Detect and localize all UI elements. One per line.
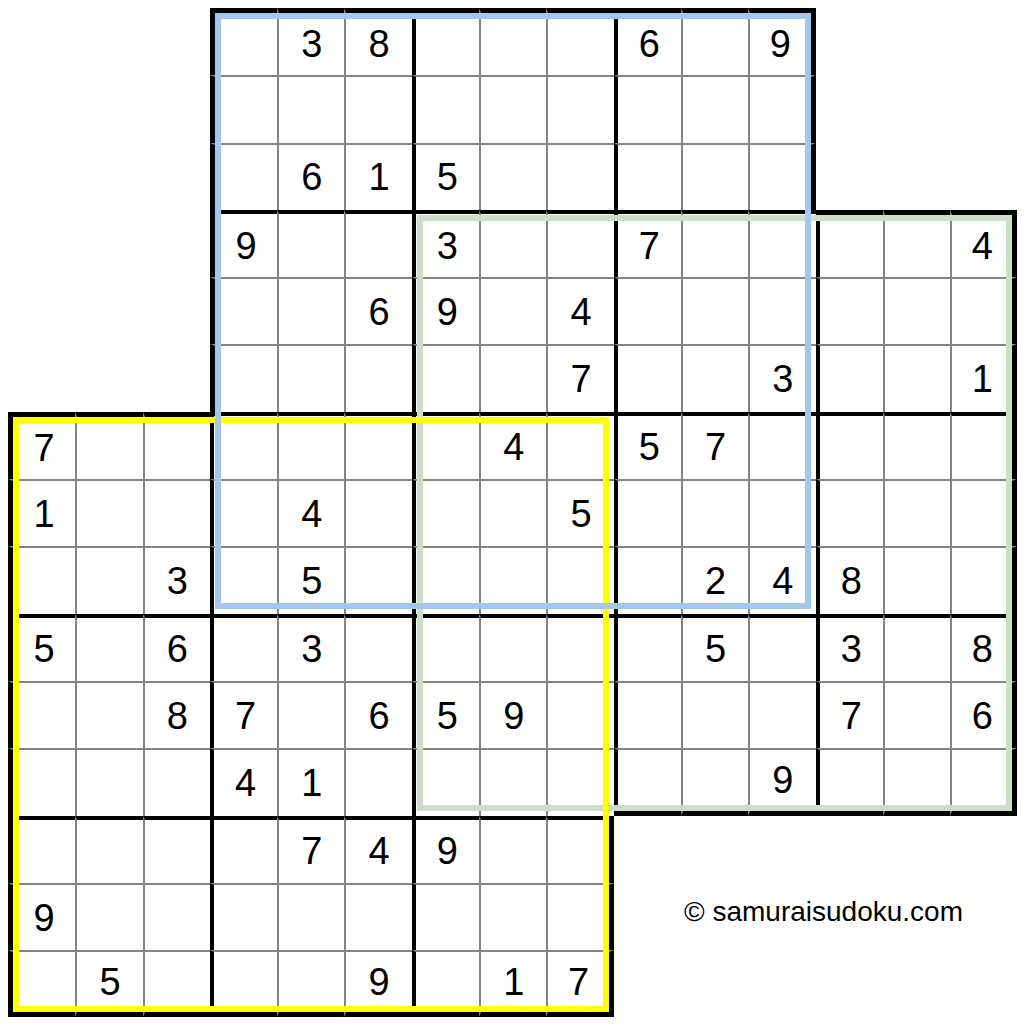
cell-r1c11[interactable]: [681, 8, 748, 75]
cell-r14c8[interactable]: [479, 883, 546, 950]
cell-r13c7[interactable]: 9: [412, 816, 479, 883]
cell-r13c3[interactable]: [143, 816, 210, 883]
cell-r9c13[interactable]: 8: [816, 546, 883, 613]
outside-filler: [8, 143, 75, 210]
cell-r6c8[interactable]: [479, 344, 546, 411]
outside-filler: [8, 8, 75, 75]
outside-filler: [950, 143, 1017, 210]
cell-r11c13[interactable]: 7: [816, 681, 883, 748]
cell-r4c4[interactable]: 9: [210, 210, 277, 277]
cell-r15c6[interactable]: 9: [344, 950, 411, 1017]
outside-filler: [614, 883, 681, 950]
cell-r13c2[interactable]: [75, 816, 142, 883]
cell-r5c4[interactable]: [210, 277, 277, 344]
cell-r8c9[interactable]: 5: [546, 479, 613, 546]
cell-r11c9[interactable]: [546, 681, 613, 748]
cell-r6c12[interactable]: 3: [748, 344, 815, 411]
outside-filler: [816, 75, 883, 142]
cell-r1c12[interactable]: 9: [748, 8, 815, 75]
cell-r2c6[interactable]: [344, 75, 411, 142]
cell-r6c14[interactable]: [883, 344, 950, 411]
cell-r10c15[interactable]: 8: [950, 614, 1017, 681]
outside-filler: [883, 143, 950, 210]
cell-r10c3[interactable]: 6: [143, 614, 210, 681]
outside-filler: [143, 75, 210, 142]
cell-r3c7[interactable]: 5: [412, 143, 479, 210]
outside-filler: [883, 950, 950, 1017]
outside-filler: [8, 277, 75, 344]
cell-r8c13[interactable]: [816, 479, 883, 546]
cell-r10c14[interactable]: [883, 614, 950, 681]
cell-r12c8[interactable]: [479, 748, 546, 815]
cell-r11c10[interactable]: [614, 681, 681, 748]
outside-filler: [8, 210, 75, 277]
cell-r12c2[interactable]: [75, 748, 142, 815]
cell-r2c5[interactable]: [277, 75, 344, 142]
outside-filler: [75, 75, 142, 142]
cell-r11c14[interactable]: [883, 681, 950, 748]
cell-r9c8[interactable]: [479, 546, 546, 613]
cell-r4c5[interactable]: [277, 210, 344, 277]
cell-r12c1[interactable]: [8, 748, 75, 815]
cell-r14c2[interactable]: [75, 883, 142, 950]
cell-r11c1[interactable]: [8, 681, 75, 748]
cell-r10c13[interactable]: 3: [816, 614, 883, 681]
cell-r5c11[interactable]: [681, 277, 748, 344]
cell-r11c3[interactable]: 8: [143, 681, 210, 748]
cell-r9c2[interactable]: [75, 546, 142, 613]
outside-filler: [614, 816, 681, 883]
cell-r4c14[interactable]: [883, 210, 950, 277]
cell-r12c14[interactable]: [883, 748, 950, 815]
cell-r14c9[interactable]: [546, 883, 613, 950]
cell-r10c5[interactable]: 3: [277, 614, 344, 681]
cell-r3c10[interactable]: [614, 143, 681, 210]
outside-filler: [748, 950, 815, 1017]
outside-filler: [75, 210, 142, 277]
cell-r8c14[interactable]: [883, 479, 950, 546]
cell-r9c9[interactable]: [546, 546, 613, 613]
cell-r12c12[interactable]: 9: [748, 748, 815, 815]
cell-r8c10[interactable]: [614, 479, 681, 546]
cell-r13c1[interactable]: [8, 816, 75, 883]
cell-r15c3[interactable]: [143, 950, 210, 1017]
cell-r7c11[interactable]: 7: [681, 412, 748, 479]
cell-r11c5[interactable]: [277, 681, 344, 748]
outside-filler: [950, 950, 1017, 1017]
cell-r7c1[interactable]: 7: [8, 412, 75, 479]
outside-filler: [883, 816, 950, 883]
cell-r14c1[interactable]: 9: [8, 883, 75, 950]
cell-r15c1[interactable]: [8, 950, 75, 1017]
cell-r9c1[interactable]: [8, 546, 75, 613]
cell-r6c13[interactable]: [816, 344, 883, 411]
cell-r10c8[interactable]: [479, 614, 546, 681]
cell-r10c2[interactable]: [75, 614, 142, 681]
cell-r15c7[interactable]: [412, 950, 479, 1017]
cell-r5c10[interactable]: [614, 277, 681, 344]
cell-r4c10[interactable]: 7: [614, 210, 681, 277]
cell-r10c6[interactable]: [344, 614, 411, 681]
cell-r5c15[interactable]: [950, 277, 1017, 344]
cell-r9c11[interactable]: 2: [681, 546, 748, 613]
outside-filler: [950, 8, 1017, 75]
cell-r13c4[interactable]: [210, 816, 277, 883]
cell-r1c9[interactable]: [546, 8, 613, 75]
outside-filler: [816, 950, 883, 1017]
cell-r12c10[interactable]: [614, 748, 681, 815]
cell-r7c3[interactable]: [143, 412, 210, 479]
cell-r11c11[interactable]: [681, 681, 748, 748]
cell-r1c10[interactable]: 6: [614, 8, 681, 75]
puzzle-page: { "game": "samurai sudoku (3 overlapping…: [0, 0, 1025, 1035]
cell-r6c7[interactable]: [412, 344, 479, 411]
outside-filler: [883, 75, 950, 142]
cell-r5c13[interactable]: [816, 277, 883, 344]
outside-filler: [748, 816, 815, 883]
cell-r13c5[interactable]: 7: [277, 816, 344, 883]
cell-r10c7[interactable]: [412, 614, 479, 681]
outside-filler: [143, 8, 210, 75]
cell-r1c6[interactable]: 8: [344, 8, 411, 75]
cell-r7c10[interactable]: 5: [614, 412, 681, 479]
cell-r9c3[interactable]: 3: [143, 546, 210, 613]
cell-r8c8[interactable]: [479, 479, 546, 546]
cell-r10c10[interactable]: [614, 614, 681, 681]
cell-r11c4[interactable]: 7: [210, 681, 277, 748]
cell-r7c8[interactable]: 4: [479, 412, 546, 479]
cell-r9c4[interactable]: [210, 546, 277, 613]
sudoku-board: 3869615937469473174571453524856353887659…: [8, 8, 1017, 1017]
cell-r7c4[interactable]: [210, 412, 277, 479]
outside-filler: [143, 210, 210, 277]
outside-filler: [75, 277, 142, 344]
cell-r9c5[interactable]: 5: [277, 546, 344, 613]
cell-r5c12[interactable]: [748, 277, 815, 344]
cell-r4c12[interactable]: [748, 210, 815, 277]
cell-r5c5[interactable]: [277, 277, 344, 344]
cell-r11c7[interactable]: 5: [412, 681, 479, 748]
cell-r7c15[interactable]: [950, 412, 1017, 479]
cell-r14c7[interactable]: [412, 883, 479, 950]
cell-r12c15[interactable]: [950, 748, 1017, 815]
cell-r10c1[interactable]: 5: [8, 614, 75, 681]
cell-r8c7[interactable]: [412, 479, 479, 546]
cell-r2c4[interactable]: [210, 75, 277, 142]
cell-r5c14[interactable]: [883, 277, 950, 344]
cell-r14c5[interactable]: [277, 883, 344, 950]
cell-r8c1[interactable]: 1: [8, 479, 75, 546]
cell-r10c12[interactable]: [748, 614, 815, 681]
cell-r12c4[interactable]: 4: [210, 748, 277, 815]
cell-r8c5[interactable]: 4: [277, 479, 344, 546]
cell-r5c6[interactable]: 6: [344, 277, 411, 344]
cell-r8c6[interactable]: [344, 479, 411, 546]
cell-r12c7[interactable]: [412, 748, 479, 815]
outside-filler: [681, 950, 748, 1017]
outside-filler: [8, 344, 75, 411]
cell-r13c6[interactable]: 4: [344, 816, 411, 883]
cell-r13c8[interactable]: [479, 816, 546, 883]
cell-r11c2[interactable]: [75, 681, 142, 748]
cell-r10c9[interactable]: [546, 614, 613, 681]
cell-r8c12[interactable]: [748, 479, 815, 546]
outside-filler: [816, 8, 883, 75]
cell-r6c10[interactable]: [614, 344, 681, 411]
cell-r9c12[interactable]: 4: [748, 546, 815, 613]
cell-r8c15[interactable]: [950, 479, 1017, 546]
outside-filler: [816, 143, 883, 210]
cell-r8c4[interactable]: [210, 479, 277, 546]
cell-r9c14[interactable]: [883, 546, 950, 613]
outside-filler: [883, 8, 950, 75]
cell-r14c3[interactable]: [143, 883, 210, 950]
cell-r15c8[interactable]: 1: [479, 950, 546, 1017]
cell-r7c5[interactable]: [277, 412, 344, 479]
cell-r2c7[interactable]: [412, 75, 479, 142]
cell-r7c9[interactable]: [546, 412, 613, 479]
cell-r4c6[interactable]: [344, 210, 411, 277]
cell-r4c9[interactable]: [546, 210, 613, 277]
outside-filler: [75, 344, 142, 411]
cell-r6c4[interactable]: [210, 344, 277, 411]
cell-r9c15[interactable]: [950, 546, 1017, 613]
cell-r4c7[interactable]: 3: [412, 210, 479, 277]
cell-r4c8[interactable]: [479, 210, 546, 277]
cell-r2c11[interactable]: [681, 75, 748, 142]
cell-r12c5[interactable]: 1: [277, 748, 344, 815]
cell-r7c14[interactable]: [883, 412, 950, 479]
cell-r15c5[interactable]: [277, 950, 344, 1017]
outside-filler: [681, 816, 748, 883]
cell-r7c7[interactable]: [412, 412, 479, 479]
cell-r4c15[interactable]: 4: [950, 210, 1017, 277]
cell-r2c8[interactable]: [479, 75, 546, 142]
cell-r11c12[interactable]: [748, 681, 815, 748]
cell-r3c4[interactable]: [210, 143, 277, 210]
cell-r2c12[interactable]: [748, 75, 815, 142]
cell-r2c10[interactable]: [614, 75, 681, 142]
cell-r3c11[interactable]: [681, 143, 748, 210]
cell-r5c8[interactable]: [479, 277, 546, 344]
cell-r6c6[interactable]: [344, 344, 411, 411]
outside-filler: [143, 143, 210, 210]
cell-r3c12[interactable]: [748, 143, 815, 210]
copyright-text: © samuraisudoku.com: [684, 896, 963, 928]
cell-r7c12[interactable]: [748, 412, 815, 479]
cell-r1c5[interactable]: 3: [277, 8, 344, 75]
cell-r6c5[interactable]: [277, 344, 344, 411]
cell-r11c8[interactable]: 9: [479, 681, 546, 748]
cell-r3c5[interactable]: 6: [277, 143, 344, 210]
cell-r7c2[interactable]: [75, 412, 142, 479]
cell-r12c11[interactable]: [681, 748, 748, 815]
outside-filler: [75, 8, 142, 75]
cell-r5c9[interactable]: 4: [546, 277, 613, 344]
cell-r12c3[interactable]: [143, 748, 210, 815]
cell-r4c11[interactable]: [681, 210, 748, 277]
cell-r14c4[interactable]: [210, 883, 277, 950]
cell-r10c11[interactable]: 5: [681, 614, 748, 681]
cell-r3c9[interactable]: [546, 143, 613, 210]
cell-r9c6[interactable]: [344, 546, 411, 613]
outside-filler: [950, 816, 1017, 883]
cell-r8c2[interactable]: [75, 479, 142, 546]
cell-r7c6[interactable]: [344, 412, 411, 479]
cell-r3c8[interactable]: [479, 143, 546, 210]
cell-r10c4[interactable]: [210, 614, 277, 681]
cell-r7c13[interactable]: [816, 412, 883, 479]
cell-r4c13[interactable]: [816, 210, 883, 277]
cell-r1c7[interactable]: [412, 8, 479, 75]
cell-r14c6[interactable]: [344, 883, 411, 950]
cell-r6c15[interactable]: 1: [950, 344, 1017, 411]
cell-r8c11[interactable]: [681, 479, 748, 546]
cell-r5c7[interactable]: 9: [412, 277, 479, 344]
outside-filler: [950, 75, 1017, 142]
cell-r12c13[interactable]: [816, 748, 883, 815]
cell-r1c4[interactable]: [210, 8, 277, 75]
outside-filler: [143, 277, 210, 344]
cell-r8c3[interactable]: [143, 479, 210, 546]
cell-r15c9[interactable]: 7: [546, 950, 613, 1017]
outside-filler: [816, 816, 883, 883]
cell-r13c9[interactable]: [546, 816, 613, 883]
cell-r2c9[interactable]: [546, 75, 613, 142]
cell-r1c8[interactable]: [479, 8, 546, 75]
outside-filler: [143, 344, 210, 411]
cell-r11c15[interactable]: 6: [950, 681, 1017, 748]
cell-r15c4[interactable]: [210, 950, 277, 1017]
cell-r12c6[interactable]: [344, 748, 411, 815]
cell-r9c10[interactable]: [614, 546, 681, 613]
outside-filler: [75, 143, 142, 210]
cell-r9c7[interactable]: [412, 546, 479, 613]
cell-r6c9[interactable]: 7: [546, 344, 613, 411]
outside-filler: [614, 950, 681, 1017]
cell-r6c11[interactable]: [681, 344, 748, 411]
cell-r11c6[interactable]: 6: [344, 681, 411, 748]
cell-r12c9[interactable]: [546, 748, 613, 815]
cell-r3c6[interactable]: 1: [344, 143, 411, 210]
outside-filler: [8, 75, 75, 142]
cell-r15c2[interactable]: 5: [75, 950, 142, 1017]
